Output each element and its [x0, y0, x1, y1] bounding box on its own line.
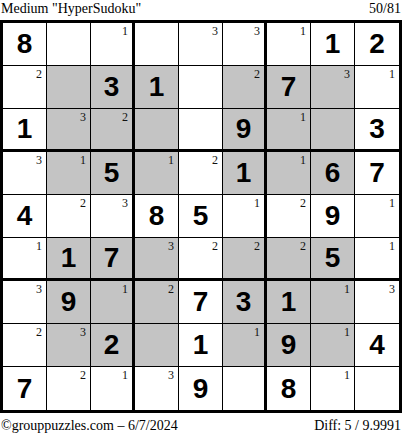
cell-r8c4[interactable] [135, 324, 179, 367]
pencil-mark: 1 [389, 68, 395, 80]
cell-r7c1[interactable]: 3 [3, 281, 47, 324]
cell-r2c4[interactable]: 1 [135, 66, 179, 109]
given-digit: 7 [104, 244, 120, 272]
cell-r2c7[interactable]: 7 [267, 66, 311, 109]
given-digit: 1 [61, 244, 77, 272]
cell-r9c4[interactable]: 3 [135, 367, 179, 410]
cell-r9c8[interactable]: 1 [311, 367, 355, 410]
cell-r3c7[interactable]: 1 [267, 109, 311, 152]
given-digit: 1 [193, 331, 209, 359]
pencil-mark: 2 [36, 326, 42, 338]
cell-r2c3[interactable]: 3 [91, 66, 135, 109]
footer: ©grouppuzzles.com – 6/7/2024 Diff: 5 / 9… [0, 415, 402, 437]
cell-r3c3[interactable]: 2 [91, 109, 135, 152]
given-digit: 1 [17, 115, 33, 143]
cell-r8c3[interactable]: 2 [91, 324, 135, 367]
blank-cell-counter: 50/81 [369, 1, 401, 17]
cell-r2c1[interactable]: 2 [3, 66, 47, 109]
given-digit: 9 [236, 115, 252, 143]
given-digit: 9 [61, 288, 77, 316]
cell-r5c9[interactable]: 1 [355, 195, 399, 238]
pencil-mark: 3 [254, 25, 260, 37]
cell-r7c5[interactable]: 7 [179, 281, 223, 324]
pencil-mark: 1 [254, 326, 260, 338]
pencil-mark: 1 [122, 283, 128, 295]
cell-r5c4[interactable]: 8 [135, 195, 179, 238]
cell-r1c7[interactable]: 1 [267, 23, 311, 66]
cell-r3c6[interactable]: 9 [223, 109, 267, 152]
pencil-mark: 2 [80, 197, 86, 209]
cell-r9c9[interactable] [355, 367, 399, 410]
pencil-mark: 3 [389, 283, 395, 295]
cell-r6c2[interactable]: 1 [47, 238, 91, 281]
cell-r5c3[interactable]: 3 [91, 195, 135, 238]
given-digit: 1 [281, 288, 297, 316]
cell-r3c5[interactable] [179, 109, 223, 152]
cell-r7c2[interactable]: 9 [47, 281, 91, 324]
given-digit: 3 [236, 288, 252, 316]
given-digit: 6 [325, 159, 341, 187]
pencil-mark: 3 [344, 68, 350, 80]
pencil-mark: 1 [389, 240, 395, 252]
cell-r5c2[interactable]: 2 [47, 195, 91, 238]
given-digit: 2 [369, 30, 385, 58]
cell-r6c5[interactable]: 2 [179, 238, 223, 281]
cell-r4c6[interactable]: 1 [223, 152, 267, 195]
given-digit: 5 [193, 202, 209, 230]
pencil-mark: 3 [80, 111, 86, 123]
given-digit: 2 [104, 331, 120, 359]
pencil-mark: 2 [300, 240, 306, 252]
pencil-mark: 1 [344, 369, 350, 381]
cell-r6c4[interactable]: 3 [135, 238, 179, 281]
given-digit: 5 [325, 244, 341, 272]
pencil-mark: 1 [344, 283, 350, 295]
copyright-date: ©grouppuzzles.com – 6/7/2024 [1, 418, 178, 434]
cell-r1c3[interactable]: 1 [91, 23, 135, 66]
cell-r1c5[interactable]: 3 [179, 23, 223, 66]
pencil-mark: 1 [300, 111, 306, 123]
cell-r8c9[interactable]: 4 [355, 324, 399, 367]
given-digit: 9 [281, 331, 297, 359]
cell-r7c8[interactable]: 1 [311, 281, 355, 324]
pencil-mark: 2 [254, 68, 260, 80]
pencil-mark: 3 [168, 240, 174, 252]
cell-r8c8[interactable]: 1 [311, 324, 355, 367]
pencil-mark: 1 [122, 25, 128, 37]
given-digit: 8 [281, 375, 297, 403]
given-digit: 1 [325, 30, 341, 58]
cell-r1c2[interactable] [47, 23, 91, 66]
given-digit: 7 [17, 375, 33, 403]
cell-r1c8[interactable]: 1 [311, 23, 355, 66]
cell-r2c2[interactable] [47, 66, 91, 109]
cell-r6c9[interactable]: 1 [355, 238, 399, 281]
cell-r4c7[interactable]: 1 [267, 152, 311, 195]
cell-r5c1[interactable]: 4 [3, 195, 47, 238]
pencil-mark: 2 [80, 369, 86, 381]
cell-r9c6[interactable] [223, 367, 267, 410]
cell-r4c9[interactable]: 7 [355, 152, 399, 195]
cell-r8c2[interactable]: 3 [47, 324, 91, 367]
puzzle-page: Medium "HyperSudoku" 50/81 8133112231273… [0, 0, 402, 437]
cell-r9c1[interactable]: 7 [3, 367, 47, 410]
cell-r9c7[interactable]: 8 [267, 367, 311, 410]
cell-r7c3[interactable]: 1 [91, 281, 135, 324]
cell-r3c4[interactable] [135, 109, 179, 152]
cell-r4c2[interactable]: 1 [47, 152, 91, 195]
cell-r8c5[interactable]: 1 [179, 324, 223, 367]
header: Medium "HyperSudoku" 50/81 [0, 0, 402, 20]
cell-r3c8[interactable] [311, 109, 355, 152]
cell-r9c2[interactable]: 2 [47, 367, 91, 410]
cell-r3c9[interactable]: 3 [355, 109, 399, 152]
cell-r6c7[interactable]: 2 [267, 238, 311, 281]
cell-r5c8[interactable]: 9 [311, 195, 355, 238]
pencil-mark: 3 [212, 25, 218, 37]
difficulty-rating: Diff: 5 / 9.9991 [314, 418, 401, 434]
cell-r1c1[interactable]: 8 [3, 23, 47, 66]
cell-r1c9[interactable]: 2 [355, 23, 399, 66]
pencil-mark: 3 [36, 154, 42, 166]
cell-r6c3[interactable]: 7 [91, 238, 135, 281]
given-digit: 4 [17, 202, 33, 230]
pencil-mark: 2 [168, 283, 174, 295]
cell-r5c6[interactable]: 1 [223, 195, 267, 238]
cell-r3c1[interactable]: 1 [3, 109, 47, 152]
hypersudoku-board: 8133112231273113291331512116742385129111… [0, 20, 402, 413]
cell-r2c8[interactable]: 3 [311, 66, 355, 109]
cell-r6c6[interactable]: 2 [223, 238, 267, 281]
pencil-mark: 2 [300, 197, 306, 209]
cell-r5c5[interactable]: 5 [179, 195, 223, 238]
cell-r9c5[interactable]: 9 [179, 367, 223, 410]
cell-r6c1[interactable]: 1 [3, 238, 47, 281]
pencil-mark: 2 [212, 240, 218, 252]
cell-r4c3[interactable]: 5 [91, 152, 135, 195]
cell-r2c5[interactable] [179, 66, 223, 109]
cell-r4c5[interactable]: 2 [179, 152, 223, 195]
cell-r8c1[interactable]: 2 [3, 324, 47, 367]
pencil-mark: 1 [300, 25, 306, 37]
given-digit: 8 [149, 202, 165, 230]
pencil-mark: 3 [36, 283, 42, 295]
given-digit: 5 [104, 159, 120, 187]
cell-r7c6[interactable]: 3 [223, 281, 267, 324]
pencil-mark: 2 [254, 240, 260, 252]
pencil-mark: 1 [389, 197, 395, 209]
cell-r7c9[interactable]: 3 [355, 281, 399, 324]
cell-r5c7[interactable]: 2 [267, 195, 311, 238]
cell-r4c8[interactable]: 6 [311, 152, 355, 195]
pencil-mark: 2 [36, 68, 42, 80]
given-digit: 7 [281, 73, 297, 101]
given-digit: 9 [193, 375, 209, 403]
cell-r2c9[interactable]: 1 [355, 66, 399, 109]
puzzle-title: Medium "HyperSudoku" [1, 1, 141, 17]
cell-r4c4[interactable]: 1 [135, 152, 179, 195]
given-digit: 7 [193, 288, 209, 316]
cell-r1c6[interactable]: 3 [223, 23, 267, 66]
cell-r6c8[interactable]: 5 [311, 238, 355, 281]
pencil-mark: 1 [80, 154, 86, 166]
cell-r7c7[interactable]: 1 [267, 281, 311, 324]
pencil-mark: 3 [168, 369, 174, 381]
cell-r9c3[interactable]: 1 [91, 367, 135, 410]
cell-r8c7[interactable]: 9 [267, 324, 311, 367]
given-digit: 8 [17, 30, 33, 58]
given-digit: 1 [236, 159, 252, 187]
cell-r8c6[interactable]: 1 [223, 324, 267, 367]
given-digit: 3 [369, 115, 385, 143]
pencil-mark: 3 [122, 197, 128, 209]
cell-r7c4[interactable]: 2 [135, 281, 179, 324]
cell-r2c6[interactable]: 2 [223, 66, 267, 109]
pencil-mark: 3 [80, 326, 86, 338]
given-digit: 7 [369, 159, 385, 187]
pencil-mark: 2 [212, 154, 218, 166]
pencil-mark: 1 [122, 369, 128, 381]
pencil-mark: 1 [344, 326, 350, 338]
cell-r1c4[interactable] [135, 23, 179, 66]
cell-r4c1[interactable]: 3 [3, 152, 47, 195]
pencil-mark: 2 [122, 111, 128, 123]
given-digit: 9 [325, 202, 341, 230]
pencil-mark: 1 [36, 240, 42, 252]
pencil-mark: 1 [254, 197, 260, 209]
pencil-mark: 1 [300, 154, 306, 166]
given-digit: 1 [149, 73, 165, 101]
cell-r3c2[interactable]: 3 [47, 109, 91, 152]
given-digit: 3 [104, 73, 120, 101]
pencil-mark: 1 [168, 154, 174, 166]
given-digit: 4 [369, 331, 385, 359]
